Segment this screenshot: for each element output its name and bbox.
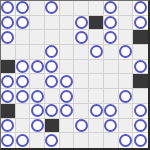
white-circle-mark: [60, 75, 73, 88]
cell-r8c0[interactable]: [1, 119, 16, 134]
white-circle-mark: [75, 31, 88, 44]
white-circle-mark: [16, 16, 29, 29]
cell-r1c1[interactable]: [16, 16, 31, 31]
white-circle-mark: [45, 134, 58, 147]
cell-r4c8[interactable]: [119, 60, 134, 75]
cell-r9c4[interactable]: [60, 133, 75, 148]
cell-r7c8[interactable]: [119, 104, 134, 119]
cell-r1c9[interactable]: [133, 16, 148, 31]
cell-r0c4[interactable]: [60, 1, 75, 16]
white-circle-mark: [16, 75, 29, 88]
white-circle-mark: [119, 134, 132, 147]
cell-r7c7[interactable]: [104, 104, 119, 119]
cell-r8c6[interactable]: [89, 119, 104, 134]
white-circle-mark: [104, 119, 117, 132]
white-circle-mark: [134, 16, 147, 29]
white-circle-mark: [45, 104, 58, 117]
cell-r6c0[interactable]: [1, 89, 16, 104]
puzzle-board: [0, 0, 150, 150]
cell-r4c1[interactable]: [16, 60, 31, 75]
cell-r9c5[interactable]: [74, 133, 89, 148]
cell-r9c3[interactable]: [45, 133, 60, 148]
cell-r3c5[interactable]: [74, 45, 89, 60]
cell-r3c2[interactable]: [30, 45, 45, 60]
cell-r7c6[interactable]: [89, 104, 104, 119]
cell-r2c0[interactable]: [1, 30, 16, 45]
white-circle-mark: [104, 1, 117, 14]
white-circle-mark: [16, 1, 29, 14]
cell-r1c0[interactable]: [1, 16, 16, 31]
white-circle-mark: [90, 104, 103, 117]
cell-r5c4[interactable]: [60, 74, 75, 89]
cell-r2c6[interactable]: [89, 30, 104, 45]
white-circle-mark: [60, 104, 73, 117]
cell-r2c5[interactable]: [74, 30, 89, 45]
white-circle-mark: [16, 60, 29, 73]
white-circle-mark: [104, 31, 117, 44]
cell-r2c4[interactable]: [60, 30, 75, 45]
cell-r7c9[interactable]: [133, 104, 148, 119]
cell-r3c9[interactable]: [133, 45, 148, 60]
cell-r2c8[interactable]: [119, 30, 134, 45]
cell-r2c9[interactable]: [133, 30, 148, 45]
cell-r5c9[interactable]: [133, 74, 148, 89]
cell-r5c3[interactable]: [45, 74, 60, 89]
white-circle-mark: [104, 16, 117, 29]
cell-r4c6[interactable]: [89, 60, 104, 75]
cell-r3c6[interactable]: [89, 45, 104, 60]
white-circle-mark: [134, 60, 147, 73]
cell-r6c7[interactable]: [104, 89, 119, 104]
cell-r4c9[interactable]: [133, 60, 148, 75]
cell-r9c0[interactable]: [1, 133, 16, 148]
white-circle-mark: [1, 119, 14, 132]
white-circle-mark: [1, 75, 14, 88]
white-circle-mark: [60, 90, 73, 103]
white-circle-mark: [1, 16, 14, 29]
cell-r3c1[interactable]: [16, 45, 31, 60]
white-circle-mark: [134, 1, 147, 14]
cell-r6c2[interactable]: [30, 89, 45, 104]
cell-r1c2[interactable]: [30, 16, 45, 31]
cell-r5c2[interactable]: [30, 74, 45, 89]
white-circle-mark: [104, 104, 117, 117]
cell-r6c4[interactable]: [60, 89, 75, 104]
white-circle-mark: [75, 119, 88, 132]
white-circle-mark: [134, 119, 147, 132]
cell-r4c2[interactable]: [30, 60, 45, 75]
cell-r0c6[interactable]: [89, 1, 104, 16]
cell-r0c2[interactable]: [30, 1, 45, 16]
cell-r4c3[interactable]: [45, 60, 60, 75]
cell-r0c7[interactable]: [104, 1, 119, 16]
cell-r4c5[interactable]: [74, 60, 89, 75]
white-circle-mark: [75, 16, 88, 29]
cell-r0c0[interactable]: [1, 1, 16, 16]
cell-r6c5[interactable]: [74, 89, 89, 104]
cell-r1c8[interactable]: [119, 16, 134, 31]
cell-r0c3[interactable]: [45, 1, 60, 16]
cell-r3c8[interactable]: [119, 45, 134, 60]
cell-r9c7[interactable]: [104, 133, 119, 148]
white-circle-mark: [1, 1, 14, 14]
cell-r1c3[interactable]: [45, 16, 60, 31]
cell-r5c0[interactable]: [1, 74, 16, 89]
white-circle-mark: [31, 90, 44, 103]
cell-r6c3[interactable]: [45, 89, 60, 104]
cell-r1c6[interactable]: [89, 16, 104, 31]
cell-r8c2[interactable]: [30, 119, 45, 134]
cell-r0c8[interactable]: [119, 1, 134, 16]
cell-r8c9[interactable]: [133, 119, 148, 134]
cell-r7c4[interactable]: [60, 104, 75, 119]
white-circle-mark: [45, 60, 58, 73]
cell-r7c5[interactable]: [74, 104, 89, 119]
cell-r5c7[interactable]: [104, 74, 119, 89]
cell-r3c0[interactable]: [1, 45, 16, 60]
cell-r3c3[interactable]: [45, 45, 60, 60]
cell-r1c5[interactable]: [74, 16, 89, 31]
cell-r4c4[interactable]: [60, 60, 75, 75]
white-circle-mark: [1, 90, 14, 103]
cell-r1c4[interactable]: [60, 16, 75, 31]
white-circle-mark: [134, 134, 147, 147]
cell-r5c6[interactable]: [89, 74, 104, 89]
cell-r8c8[interactable]: [119, 119, 134, 134]
white-circle-mark: [31, 104, 44, 117]
white-circle-mark: [31, 60, 44, 73]
white-circle-mark: [16, 134, 29, 147]
white-circle-mark: [1, 31, 14, 44]
white-circle-mark: [16, 90, 29, 103]
cell-r6c8[interactable]: [119, 89, 134, 104]
cell-r9c9[interactable]: [133, 133, 148, 148]
white-circle-mark: [45, 45, 58, 58]
cell-r6c1[interactable]: [16, 89, 31, 104]
white-circle-mark: [31, 119, 44, 132]
cell-r4c0[interactable]: [1, 60, 16, 75]
cell-r6c6[interactable]: [89, 89, 104, 104]
cell-r7c1[interactable]: [16, 104, 31, 119]
cell-r7c0[interactable]: [1, 104, 16, 119]
cell-r8c7[interactable]: [104, 119, 119, 134]
cell-r7c2[interactable]: [30, 104, 45, 119]
cell-r8c3[interactable]: [45, 119, 60, 134]
cell-r8c5[interactable]: [74, 119, 89, 134]
white-circle-mark: [119, 90, 132, 103]
cell-r9c8[interactable]: [119, 133, 134, 148]
cell-r0c5[interactable]: [74, 1, 89, 16]
cell-r5c5[interactable]: [74, 74, 89, 89]
white-circle-mark: [1, 134, 14, 147]
white-circle-mark: [45, 1, 58, 14]
cell-r3c7[interactable]: [104, 45, 119, 60]
cell-r3c4[interactable]: [60, 45, 75, 60]
cell-r0c9[interactable]: [133, 1, 148, 16]
cell-r4c7[interactable]: [104, 60, 119, 75]
cell-r5c1[interactable]: [16, 74, 31, 89]
cell-r8c1[interactable]: [16, 119, 31, 134]
cell-r6c9[interactable]: [133, 89, 148, 104]
cell-r2c1[interactable]: [16, 30, 31, 45]
cell-r2c3[interactable]: [45, 30, 60, 45]
white-circle-mark: [134, 104, 147, 117]
cell-r5c8[interactable]: [119, 74, 134, 89]
cell-r7c3[interactable]: [45, 104, 60, 119]
cell-r1c7[interactable]: [104, 16, 119, 31]
cell-r9c2[interactable]: [30, 133, 45, 148]
cell-r9c1[interactable]: [16, 133, 31, 148]
cell-r2c7[interactable]: [104, 30, 119, 45]
white-circle-mark: [90, 45, 103, 58]
cell-r0c1[interactable]: [16, 1, 31, 16]
white-circle-mark: [119, 45, 132, 58]
cell-r8c4[interactable]: [60, 119, 75, 134]
cell-r2c2[interactable]: [30, 30, 45, 45]
cell-r9c6[interactable]: [89, 133, 104, 148]
white-circle-mark: [45, 75, 58, 88]
